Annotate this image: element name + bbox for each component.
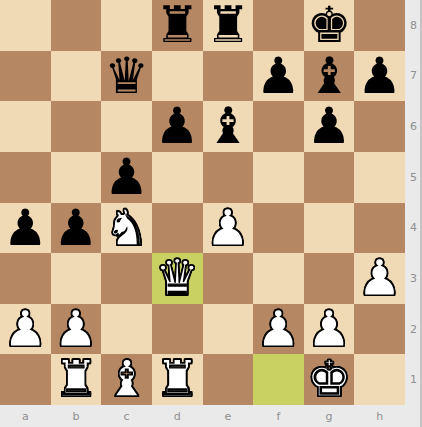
chess-board: ♜♜♚♛♟♝♟♟♝♟♟♟♟♞♟♛♟♟♟♟♟♜♝♜♚ (0, 0, 405, 405)
square-h1[interactable] (354, 354, 405, 405)
piece-black-pawn-c5[interactable]: ♟ (104, 152, 149, 203)
square-a4[interactable]: ♟ (0, 203, 51, 254)
file-label-b: b (51, 405, 102, 427)
square-g2[interactable]: ♟ (304, 304, 355, 355)
piece-white-pawn-g2[interactable]: ♟ (307, 304, 352, 355)
piece-white-king-g1[interactable]: ♚ (307, 354, 352, 405)
square-g7[interactable]: ♝ (304, 51, 355, 102)
square-e4[interactable]: ♟ (203, 203, 254, 254)
file-label-e: e (203, 405, 254, 427)
square-b1[interactable]: ♜ (51, 354, 102, 405)
square-b3[interactable] (51, 253, 102, 304)
piece-black-king-g8[interactable]: ♚ (307, 0, 352, 51)
piece-white-pawn-h3[interactable]: ♟ (357, 253, 402, 304)
square-c8[interactable] (101, 0, 152, 51)
square-d4[interactable] (152, 203, 203, 254)
square-a8[interactable] (0, 0, 51, 51)
square-b8[interactable] (51, 0, 102, 51)
square-c6[interactable] (101, 101, 152, 152)
square-e8[interactable]: ♜ (203, 0, 254, 51)
square-b6[interactable] (51, 101, 102, 152)
square-a5[interactable] (0, 152, 51, 203)
square-f8[interactable] (253, 0, 304, 51)
square-c1[interactable]: ♝ (101, 354, 152, 405)
square-e6[interactable]: ♝ (203, 101, 254, 152)
square-h4[interactable] (354, 203, 405, 254)
piece-white-pawn-b2[interactable]: ♟ (54, 304, 99, 355)
piece-black-pawn-f7[interactable]: ♟ (256, 51, 301, 102)
square-h3[interactable]: ♟ (354, 253, 405, 304)
piece-black-pawn-d6[interactable]: ♟ (155, 101, 200, 152)
piece-black-queen-c7[interactable]: ♛ (104, 51, 149, 102)
square-g6[interactable]: ♟ (304, 101, 355, 152)
square-b7[interactable] (51, 51, 102, 102)
square-a3[interactable] (0, 253, 51, 304)
square-b2[interactable]: ♟ (51, 304, 102, 355)
square-c7[interactable]: ♛ (101, 51, 152, 102)
square-c5[interactable]: ♟ (101, 152, 152, 203)
file-label-h: h (354, 405, 405, 427)
square-g8[interactable]: ♚ (304, 0, 355, 51)
square-e2[interactable] (203, 304, 254, 355)
piece-black-pawn-b4[interactable]: ♟ (54, 203, 99, 254)
square-h2[interactable] (354, 304, 405, 355)
square-f4[interactable] (253, 203, 304, 254)
square-f5[interactable] (253, 152, 304, 203)
piece-white-bishop-c1[interactable]: ♝ (104, 354, 149, 405)
file-label-d: d (152, 405, 203, 427)
square-f2[interactable]: ♟ (253, 304, 304, 355)
square-c4[interactable]: ♞ (101, 203, 152, 254)
square-b5[interactable] (51, 152, 102, 203)
piece-white-knight-c4[interactable]: ♞ (104, 203, 149, 254)
piece-black-pawn-h7[interactable]: ♟ (357, 51, 402, 102)
piece-white-rook-d1[interactable]: ♜ (155, 354, 200, 405)
square-e7[interactable] (203, 51, 254, 102)
square-h6[interactable] (354, 101, 405, 152)
file-label-g: g (304, 405, 355, 427)
square-a1[interactable] (0, 354, 51, 405)
file-coordinates: abcdefgh (0, 405, 405, 427)
square-a7[interactable] (0, 51, 51, 102)
piece-white-pawn-e4[interactable]: ♟ (205, 203, 250, 254)
square-g5[interactable] (304, 152, 355, 203)
chess-board-panel: ♜♜♚♛♟♝♟♟♝♟♟♟♟♞♟♛♟♟♟♟♟♜♝♜♚ 87654321 abcde… (0, 0, 422, 427)
square-h7[interactable]: ♟ (354, 51, 405, 102)
square-h8[interactable] (354, 0, 405, 51)
square-h5[interactable] (354, 152, 405, 203)
square-f3[interactable] (253, 253, 304, 304)
square-g4[interactable] (304, 203, 355, 254)
square-b4[interactable]: ♟ (51, 203, 102, 254)
piece-black-rook-e8[interactable]: ♜ (205, 0, 250, 51)
piece-white-queen-d3[interactable]: ♛ (155, 253, 200, 304)
square-c3[interactable] (101, 253, 152, 304)
square-d2[interactable] (152, 304, 203, 355)
square-d7[interactable] (152, 51, 203, 102)
piece-black-bishop-g7[interactable]: ♝ (307, 51, 352, 102)
square-e5[interactable] (203, 152, 254, 203)
square-d5[interactable] (152, 152, 203, 203)
piece-black-pawn-a4[interactable]: ♟ (3, 203, 48, 254)
square-g1[interactable]: ♚ (304, 354, 355, 405)
square-d6[interactable]: ♟ (152, 101, 203, 152)
square-f1[interactable] (253, 354, 304, 405)
square-e3[interactable] (203, 253, 254, 304)
file-label-c: c (101, 405, 152, 427)
square-e1[interactable] (203, 354, 254, 405)
square-a6[interactable] (0, 101, 51, 152)
piece-black-bishop-e6[interactable]: ♝ (205, 101, 250, 152)
piece-black-rook-d8[interactable]: ♜ (155, 0, 200, 51)
file-label-f: f (253, 405, 304, 427)
file-label-a: a (0, 405, 51, 427)
square-c2[interactable] (101, 304, 152, 355)
square-g3[interactable] (304, 253, 355, 304)
square-d3[interactable]: ♛ (152, 253, 203, 304)
square-d8[interactable]: ♜ (152, 0, 203, 51)
piece-white-pawn-a2[interactable]: ♟ (3, 304, 48, 355)
piece-white-rook-b1[interactable]: ♜ (54, 354, 99, 405)
square-a2[interactable]: ♟ (0, 304, 51, 355)
square-f6[interactable] (253, 101, 304, 152)
piece-white-pawn-f2[interactable]: ♟ (256, 304, 301, 355)
piece-black-pawn-g6[interactable]: ♟ (307, 101, 352, 152)
square-f7[interactable]: ♟ (253, 51, 304, 102)
square-d1[interactable]: ♜ (152, 354, 203, 405)
